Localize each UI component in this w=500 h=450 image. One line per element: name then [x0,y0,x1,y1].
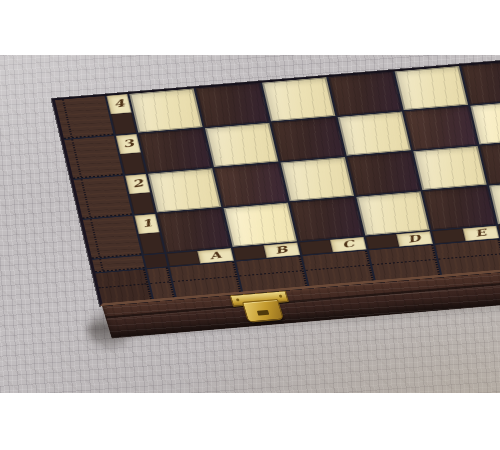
rank-strip-filler [111,112,137,134]
fabric-background: 4321ABCDEFGH [0,55,500,393]
rank-label-text: 2 [130,178,144,189]
square-d1[interactable] [356,191,429,235]
clasp-screw [279,295,283,298]
file-label-d: D [396,231,433,246]
file-label-text: D [406,234,422,245]
square-c2[interactable] [281,157,354,201]
frame-bottom-segment [236,256,307,291]
rank-label-text: 1 [140,218,154,229]
frame-left-segment [74,176,133,219]
square-d4[interactable] [328,72,401,116]
square-c3[interactable] [271,117,344,161]
frame-bottom-segment [369,245,440,280]
frame-bottom-segment [170,262,241,297]
square-e4[interactable] [395,66,468,110]
frame-corner [95,269,151,303]
rank-label-text: 4 [112,99,126,110]
clasp-screw [236,298,240,301]
square-a2[interactable] [148,168,221,212]
square-a1[interactable] [157,208,230,252]
square-b2[interactable] [214,163,287,207]
square-b1[interactable] [224,203,297,247]
square-d3[interactable] [338,112,411,156]
rank-strip-filler [139,232,165,254]
square-a4[interactable] [129,88,202,132]
clasp-slot [257,310,269,316]
chessboard: 4321ABCDEFGH [52,55,500,306]
rank-label-2: 2 [125,174,150,194]
file-label-text: B [274,245,290,256]
file-label-a: A [197,248,234,263]
frame-bottom-segment [302,251,373,286]
file-strip-filler [167,251,200,266]
photo-scene: 4321ABCDEFGH [0,0,500,450]
rank-label-text: 3 [121,138,135,149]
file-label-text: A [208,251,223,261]
letterbox-top [0,0,500,55]
rank-strip-filler [120,152,146,174]
square-b3[interactable] [205,123,278,167]
file-strip-filler [233,245,266,260]
square-c4[interactable] [262,77,335,121]
rank-label-4: 4 [106,94,131,114]
square-e2[interactable] [413,146,486,190]
square-d2[interactable] [347,151,420,195]
file-label-text: C [340,239,355,249]
square-e1[interactable] [423,186,496,230]
frame-left-segment [64,136,123,179]
clasp-hasp [242,299,284,323]
frame-left-segment [83,216,142,259]
file-label-text: E [473,228,488,238]
file-strip-filler [432,229,465,244]
square-e3[interactable] [404,106,477,150]
frame-bottom-segment [435,239,500,274]
brass-clasp[interactable] [230,290,292,323]
square-f4[interactable] [461,60,500,104]
square-a3[interactable] [139,128,212,172]
frame-left-segment [55,96,114,139]
file-strip-filler [366,234,399,249]
file-label-e: E [462,226,499,241]
rank-strip-filler [129,192,155,214]
file-label-b: B [263,243,300,258]
square-c1[interactable] [290,197,363,241]
file-strip-filler [299,240,332,255]
rank-label-1: 1 [134,214,159,234]
label-corner [144,254,168,268]
file-label-c: C [329,237,366,252]
letterbox-bottom [0,393,500,450]
square-b4[interactable] [196,83,269,127]
rank-label-3: 3 [116,134,141,154]
